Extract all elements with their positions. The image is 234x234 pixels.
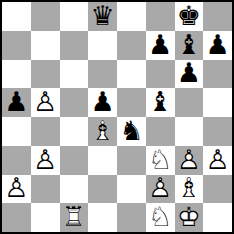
square-b4[interactable] bbox=[31, 117, 60, 146]
square-g1[interactable]: ♚♔ bbox=[175, 203, 204, 232]
square-e3[interactable] bbox=[117, 146, 146, 175]
square-f1[interactable]: ♞♘ bbox=[146, 203, 175, 232]
square-h1[interactable] bbox=[203, 203, 232, 232]
piece-white-pawn: ♟♙ bbox=[203, 146, 232, 175]
square-c3[interactable] bbox=[60, 146, 89, 175]
piece-black-pawn: ♟ bbox=[203, 31, 232, 60]
square-a6[interactable] bbox=[2, 60, 31, 89]
square-g7[interactable]: ♝ bbox=[175, 31, 204, 60]
square-e5[interactable] bbox=[117, 88, 146, 117]
piece-white-rook: ♜♖ bbox=[60, 203, 89, 232]
piece-white-pawn: ♟♙ bbox=[31, 88, 60, 117]
piece-black-pawn: ♟ bbox=[88, 88, 117, 117]
piece-black-pawn: ♟ bbox=[2, 88, 31, 117]
square-g6[interactable]: ♟ bbox=[175, 60, 204, 89]
square-d6[interactable] bbox=[88, 60, 117, 89]
piece-white-pawn: ♟♙ bbox=[146, 175, 175, 204]
square-f7[interactable]: ♟ bbox=[146, 31, 175, 60]
square-g3[interactable]: ♟♙ bbox=[175, 146, 204, 175]
square-c7[interactable] bbox=[60, 31, 89, 60]
square-b5[interactable]: ♟♙ bbox=[31, 88, 60, 117]
square-a5[interactable]: ♟ bbox=[2, 88, 31, 117]
square-h3[interactable]: ♟♙ bbox=[203, 146, 232, 175]
piece-black-pawn: ♟ bbox=[146, 31, 175, 60]
square-e6[interactable] bbox=[117, 60, 146, 89]
square-d1[interactable] bbox=[88, 203, 117, 232]
square-g4[interactable] bbox=[175, 117, 204, 146]
square-c8[interactable] bbox=[60, 2, 89, 31]
square-h8[interactable] bbox=[203, 2, 232, 31]
piece-black-queen: ♛ bbox=[88, 2, 117, 31]
piece-white-bishop: ♝♗ bbox=[88, 117, 117, 146]
square-a2[interactable]: ♟♙ bbox=[2, 175, 31, 204]
piece-white-bishop: ♝♗ bbox=[175, 175, 204, 204]
square-g8[interactable]: ♚ bbox=[175, 2, 204, 31]
square-a4[interactable] bbox=[2, 117, 31, 146]
square-f3[interactable]: ♞♘ bbox=[146, 146, 175, 175]
square-c5[interactable] bbox=[60, 88, 89, 117]
piece-black-knight: ♞ bbox=[117, 117, 146, 146]
square-a8[interactable] bbox=[2, 2, 31, 31]
square-g2[interactable]: ♝♗ bbox=[175, 175, 204, 204]
square-c6[interactable] bbox=[60, 60, 89, 89]
square-c1[interactable]: ♜♖ bbox=[60, 203, 89, 232]
square-b8[interactable] bbox=[31, 2, 60, 31]
piece-black-bishop: ♝ bbox=[146, 88, 175, 117]
square-g5[interactable] bbox=[175, 88, 204, 117]
square-d4[interactable]: ♝♗ bbox=[88, 117, 117, 146]
square-e8[interactable] bbox=[117, 2, 146, 31]
piece-black-pawn: ♟ bbox=[175, 60, 204, 89]
square-h6[interactable] bbox=[203, 60, 232, 89]
square-f5[interactable]: ♝ bbox=[146, 88, 175, 117]
square-h4[interactable] bbox=[203, 117, 232, 146]
square-b7[interactable] bbox=[31, 31, 60, 60]
square-f8[interactable] bbox=[146, 2, 175, 31]
square-h5[interactable] bbox=[203, 88, 232, 117]
piece-white-pawn: ♟♙ bbox=[31, 146, 60, 175]
square-e7[interactable] bbox=[117, 31, 146, 60]
piece-white-knight: ♞♘ bbox=[146, 203, 175, 232]
piece-white-knight: ♞♘ bbox=[146, 146, 175, 175]
square-c4[interactable] bbox=[60, 117, 89, 146]
square-e4[interactable]: ♞ bbox=[117, 117, 146, 146]
square-d3[interactable] bbox=[88, 146, 117, 175]
chess-board: ♛♚♟♝♟♟♟♟♙♟♝♝♗♞♟♙♞♘♟♙♟♙♟♙♟♙♝♗♜♖♞♘♚♔ bbox=[0, 0, 234, 234]
square-b1[interactable] bbox=[31, 203, 60, 232]
square-b3[interactable]: ♟♙ bbox=[31, 146, 60, 175]
piece-white-king: ♚♔ bbox=[175, 203, 204, 232]
square-e1[interactable] bbox=[117, 203, 146, 232]
square-b2[interactable] bbox=[31, 175, 60, 204]
square-h7[interactable]: ♟ bbox=[203, 31, 232, 60]
square-d5[interactable]: ♟ bbox=[88, 88, 117, 117]
square-f2[interactable]: ♟♙ bbox=[146, 175, 175, 204]
piece-black-bishop: ♝ bbox=[175, 31, 204, 60]
square-e2[interactable] bbox=[117, 175, 146, 204]
square-a1[interactable] bbox=[2, 203, 31, 232]
square-c2[interactable] bbox=[60, 175, 89, 204]
square-f6[interactable] bbox=[146, 60, 175, 89]
piece-white-pawn: ♟♙ bbox=[2, 175, 31, 204]
square-a7[interactable] bbox=[2, 31, 31, 60]
square-d7[interactable] bbox=[88, 31, 117, 60]
piece-black-king: ♚ bbox=[175, 2, 204, 31]
square-d8[interactable]: ♛ bbox=[88, 2, 117, 31]
square-b6[interactable] bbox=[31, 60, 60, 89]
piece-white-pawn: ♟♙ bbox=[175, 146, 204, 175]
square-d2[interactable] bbox=[88, 175, 117, 204]
square-h2[interactable] bbox=[203, 175, 232, 204]
square-f4[interactable] bbox=[146, 117, 175, 146]
square-a3[interactable] bbox=[2, 146, 31, 175]
